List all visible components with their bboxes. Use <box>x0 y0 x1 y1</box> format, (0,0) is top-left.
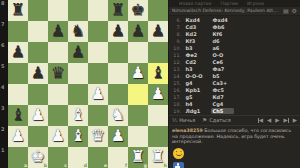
square-e4[interactable]: ♟ <box>88 84 108 105</box>
opening-header: Nimzowitsch Defense: Kennedy, Paulsen At… <box>169 7 300 16</box>
chat-username[interactable]: elena38259 <box>172 128 203 133</box>
chess-app-window: 87654321 ♜♜♚♟♞♟♟♟♟♟♟♛♟♝♟♟♝♟♝♞♟♟♝♛♟a♚bcde… <box>0 0 300 168</box>
square-g3[interactable] <box>128 105 148 126</box>
move-number: 17. <box>173 95 184 100</box>
square-d2[interactable]: ♝ <box>68 126 88 147</box>
panel-tab-1[interactable]: Партии <box>221 1 238 6</box>
square-g5[interactable]: ♟ <box>128 63 148 84</box>
move-number: 11. <box>173 53 184 58</box>
move-9-w[interactable]: Кf3 <box>184 38 207 44</box>
move-number: 18. <box>173 102 184 107</box>
black-pawn: ♟ <box>68 41 88 62</box>
file-label-e: e <box>104 163 107 168</box>
resign-button[interactable]: ⚑ Сдаться <box>202 117 231 123</box>
move-7-w[interactable]: Сd3 <box>184 24 207 30</box>
move-number: 12. <box>173 60 184 65</box>
move-10-b[interactable]: a6 <box>211 45 234 51</box>
move-15-w[interactable]: g4 <box>184 80 207 86</box>
move-number: 14. <box>173 74 184 79</box>
move-navigation: ◀ ◀ ▶ ▶ ▶ <box>258 117 297 123</box>
rank-label-7: 7 <box>1 22 8 27</box>
square-b3[interactable]: ♟ <box>28 105 48 126</box>
resign-label: Сдаться <box>209 117 231 123</box>
square-h1[interactable]: ♜h <box>148 147 168 168</box>
square-d4[interactable] <box>68 84 88 105</box>
square-g8[interactable]: ♚ <box>128 0 148 21</box>
square-h7[interactable]: ♟ <box>148 21 168 42</box>
move-number: 7. <box>173 25 184 30</box>
black-queen: ♛ <box>48 62 68 83</box>
square-c6[interactable] <box>48 42 68 63</box>
square-a3[interactable]: ♝ <box>8 105 28 126</box>
move-number: 13. <box>173 67 184 72</box>
move-11-w[interactable]: Фe2 <box>184 52 207 58</box>
rank-label-2: 2 <box>1 127 8 132</box>
move-number: 9. <box>173 39 184 44</box>
move-6-b[interactable]: Фxd4 <box>211 17 234 23</box>
square-c2[interactable]: ♟ <box>48 126 68 147</box>
square-h6[interactable] <box>148 42 168 63</box>
move-number: 6. <box>173 18 184 23</box>
white-pawn: ♟ <box>28 104 48 125</box>
move-8-b[interactable]: Кf6 <box>211 31 234 37</box>
square-h4[interactable]: ♟ <box>148 84 168 105</box>
move-9-b[interactable]: d6 <box>211 38 234 44</box>
move-row-6: 6.Кxd4Фxd4 <box>169 17 300 24</box>
square-a4[interactable] <box>8 84 28 105</box>
square-e1[interactable]: e <box>88 147 108 168</box>
black-pawn: ♟ <box>148 20 168 41</box>
square-f4[interactable] <box>108 84 128 105</box>
move-14-w[interactable]: O-O-O <box>184 73 207 79</box>
black-pawn: ♟ <box>128 20 148 41</box>
square-e5[interactable] <box>88 63 108 84</box>
move-6-w[interactable]: Кxd4 <box>184 17 207 23</box>
square-h5[interactable]: ♝ <box>148 63 168 84</box>
rank-label-6: 6 <box>1 43 8 48</box>
black-knight: ♞ <box>68 20 88 41</box>
square-f7[interactable]: ♟ <box>108 21 128 42</box>
square-c1[interactable]: c <box>48 147 68 168</box>
square-e2[interactable]: ♛ <box>88 126 108 147</box>
black-king: ♚ <box>128 0 148 20</box>
square-f2[interactable]: ♟ <box>108 126 128 147</box>
file-label-d: d <box>84 163 87 168</box>
chat-message: elena38259 Большое спасибо, что согласил… <box>172 128 297 145</box>
white-pawn: ♟ <box>48 125 68 146</box>
move-19-b[interactable]: Сh5 <box>211 108 234 114</box>
square-e7[interactable] <box>88 21 108 42</box>
square-b2[interactable] <box>28 126 48 147</box>
move-11-b[interactable]: O-O <box>211 52 234 58</box>
file-label-f: f <box>125 163 127 168</box>
square-h8[interactable] <box>148 0 168 21</box>
move-17-b[interactable]: Кd7 <box>211 94 234 100</box>
white-pawn: ♟ <box>148 83 168 104</box>
resign-flag-icon: ⚑ <box>202 117 207 123</box>
square-a6[interactable]: ♟ <box>8 42 28 63</box>
square-d5[interactable] <box>68 63 88 84</box>
rank-label-4: 4 <box>1 85 8 90</box>
half-point-icon: ½ <box>172 117 177 123</box>
settings-gear-icon[interactable]: ⚙ <box>292 8 297 14</box>
move-10-w[interactable]: b3 <box>184 45 207 51</box>
move-13-b[interactable]: Фa7 <box>211 66 234 72</box>
panel-tab-0[interactable]: Новая партия <box>179 1 212 6</box>
square-g7[interactable]: ♟ <box>128 21 148 42</box>
move-number: 10. <box>173 46 184 51</box>
square-b5[interactable]: ♟ <box>28 63 48 84</box>
file-label-h: h <box>164 163 167 168</box>
live-move-button[interactable]: ▶ <box>293 117 297 123</box>
square-f6[interactable] <box>108 42 128 63</box>
chess-board[interactable]: ♜♜♚♟♞♟♟♟♟♟♟♛♟♝♟♟♝♟♝♞♟♟♝♛♟a♚bcdef♜g♜h <box>8 0 168 168</box>
panel-tab-bar: Новая партияПартииИгроки <box>169 0 300 7</box>
move-row-12: 12.Сd2Сe6 <box>169 59 300 66</box>
square-f8[interactable]: ♜ <box>108 0 128 21</box>
square-a5[interactable] <box>8 63 28 84</box>
square-e8[interactable] <box>88 0 108 21</box>
opening-name: Nimzowitsch Defense: Kennedy, Paulsen At… <box>172 8 280 13</box>
move-8-w[interactable]: Кd2 <box>184 31 207 37</box>
white-pawn: ♟ <box>108 125 128 146</box>
black-pawn: ♟ <box>48 20 68 41</box>
rank-label-3: 3 <box>1 106 8 111</box>
black-pawn: ♟ <box>108 20 128 41</box>
move-17-w[interactable]: g5 <box>184 94 207 100</box>
black-rook: ♜ <box>108 0 128 20</box>
square-f5[interactable] <box>108 63 128 84</box>
draw-offer-button[interactable]: ½ Ничья <box>172 117 195 123</box>
black-pawn: ♟ <box>8 41 28 62</box>
square-b8[interactable] <box>28 0 48 21</box>
draw-label: Ничья <box>179 117 195 123</box>
move-row-16: 16.Крb1Фc5 <box>169 87 300 94</box>
rank-label-8: 8 <box>1 1 8 6</box>
square-c7[interactable]: ♟ <box>48 21 68 42</box>
white-pawn: ♟ <box>88 83 108 104</box>
move-number: 19. <box>173 109 184 114</box>
move-14-b[interactable]: b5 <box>211 73 234 79</box>
white-bishop: ♝ <box>68 125 88 146</box>
square-b1[interactable]: ♚b <box>28 147 48 168</box>
square-b4[interactable] <box>28 84 48 105</box>
move-7-b[interactable]: Фb6 <box>211 24 234 30</box>
move-16-b[interactable]: Фc5 <box>211 87 234 93</box>
move-15-b[interactable]: Сa3+ <box>211 80 234 86</box>
square-c4[interactable] <box>48 84 68 105</box>
panel-tab-2[interactable]: Игроки <box>247 1 264 6</box>
next-move-button[interactable]: ▶ <box>275 117 279 123</box>
file-label-c: c <box>64 163 67 168</box>
white-queen: ♛ <box>88 125 108 146</box>
rank-label-1: 1 <box>1 148 8 153</box>
white-knight: ♞ <box>108 104 128 125</box>
black-bishop: ♝ <box>148 62 168 83</box>
move-row-15: 15.g4Сa3+ <box>169 80 300 87</box>
move-row-18: 18.h4Сg4 <box>169 101 300 108</box>
square-a2[interactable]: ♟ <box>8 126 28 147</box>
square-d1[interactable]: d <box>68 147 88 168</box>
file-label-g: g <box>144 163 147 168</box>
rank-label-5: 5 <box>1 64 8 69</box>
square-g4[interactable] <box>128 84 148 105</box>
thumbs-up-emoji[interactable] <box>173 162 184 168</box>
move-row-7: 7.Сd3Фb6 <box>169 24 300 31</box>
move-row-13: 13.h3Фa7 <box>169 66 300 73</box>
move-19-w[interactable]: Лdg1 <box>184 108 207 114</box>
black-bishop: ♝ <box>8 104 28 125</box>
file-label-b: b <box>44 163 47 168</box>
white-pawn: ♟ <box>8 125 28 146</box>
square-c3[interactable] <box>48 105 68 126</box>
file-label-a: a <box>24 163 27 168</box>
move-row-17: 17.g5Кd7 <box>169 94 300 101</box>
square-a1[interactable]: a <box>8 147 28 168</box>
square-d8[interactable] <box>68 0 88 21</box>
previous-move-button[interactable]: ◀ <box>267 117 271 123</box>
square-e6[interactable] <box>88 42 108 63</box>
square-g6[interactable] <box>128 42 148 63</box>
move-row-19: 19.Лdg1Сh5 <box>169 108 300 115</box>
move-row-11: 11.Фe2O-O <box>169 52 300 59</box>
side-panel: Новая партияПартииИгроки Nimzowitsch Def… <box>168 0 300 168</box>
square-c5[interactable]: ♛ <box>48 63 68 84</box>
square-b7[interactable] <box>28 21 48 42</box>
chat-area: elena38259 Большое спасибо, что согласил… <box>169 125 300 168</box>
move-18-b[interactable]: Сg4 <box>211 101 234 107</box>
last-move-button[interactable]: ▶ <box>284 117 289 123</box>
move-row-9: 9.Кf3d6 <box>169 38 300 45</box>
game-actions-bar: ½ Ничья ⚑ Сдаться ◀ ◀ ▶ ▶ ▶ <box>169 115 300 125</box>
move-13-w[interactable]: h3 <box>184 66 207 72</box>
square-d6[interactable]: ♟ <box>68 42 88 63</box>
first-move-button[interactable]: ◀ <box>258 117 263 123</box>
move-12-b[interactable]: Сe6 <box>211 59 234 65</box>
move-number: 8. <box>173 32 184 37</box>
move-list: 6.Кxd4Фxd47.Сd3Фb68.Кd2Кf69.Кf3d610.b3a6… <box>169 16 300 115</box>
rank-coordinates-gutter: 87654321 <box>0 0 8 168</box>
square-h3[interactable] <box>148 105 168 126</box>
square-e3[interactable] <box>88 105 108 126</box>
move-12-w[interactable]: Сd2 <box>184 59 207 65</box>
square-c8[interactable] <box>48 0 68 21</box>
square-b6[interactable] <box>28 42 48 63</box>
black-pawn: ♟ <box>28 62 48 83</box>
move-row-10: 10.b3a6 <box>169 45 300 52</box>
square-a8[interactable]: ♜ <box>8 0 28 21</box>
move-row-14: 14.O-O-Ob5 <box>169 73 300 80</box>
square-g2[interactable] <box>128 126 148 147</box>
square-d7[interactable]: ♞ <box>68 21 88 42</box>
white-pawn: ♟ <box>128 62 148 83</box>
black-rook: ♜ <box>8 0 28 20</box>
square-h2[interactable] <box>148 126 168 147</box>
move-number: 15. <box>173 81 184 86</box>
square-d3[interactable]: ♝ <box>68 105 88 126</box>
move-number: 16. <box>173 88 184 93</box>
square-a7[interactable] <box>8 21 28 42</box>
square-g1[interactable]: ♜g <box>128 147 148 168</box>
move-row-8: 8.Кd2Кf6 <box>169 31 300 38</box>
white-bishop: ♝ <box>68 104 88 125</box>
move-16-w[interactable]: Крb1 <box>184 87 207 93</box>
square-f1[interactable]: f <box>108 147 128 168</box>
smiley-emoji[interactable] <box>173 148 184 159</box>
book-icon[interactable]: ▤ <box>283 8 289 14</box>
square-f3[interactable]: ♞ <box>108 105 128 126</box>
move-18-w[interactable]: h4 <box>184 101 207 107</box>
